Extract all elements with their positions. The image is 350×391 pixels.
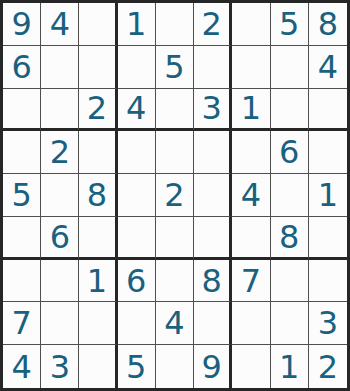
- given-cell-r7c4[interactable]: 6: [118, 260, 156, 303]
- cell-r3c1[interactable]: [3, 89, 41, 132]
- given-cell-r1c4[interactable]: 1: [118, 3, 156, 46]
- given-cell-r5c9[interactable]: 1: [309, 174, 347, 217]
- cell-r8c8[interactable]: [271, 302, 309, 345]
- cell-r2c4[interactable]: [118, 46, 156, 89]
- cell-r2c7[interactable]: [232, 46, 270, 89]
- given-cell-r9c4[interactable]: 5: [118, 345, 156, 388]
- cell-r3c8[interactable]: [271, 89, 309, 132]
- given-cell-r2c5[interactable]: 5: [156, 46, 194, 89]
- given-cell-r1c1[interactable]: 9: [3, 3, 41, 46]
- cell-r7c5[interactable]: [156, 260, 194, 303]
- given-cell-r2c1[interactable]: 6: [3, 46, 41, 89]
- cell-r3c9[interactable]: [309, 89, 347, 132]
- cell-r8c3[interactable]: [79, 302, 117, 345]
- given-cell-r1c6[interactable]: 2: [194, 3, 232, 46]
- given-cell-r7c3[interactable]: 1: [79, 260, 117, 303]
- cell-r5c2[interactable]: [41, 174, 79, 217]
- given-cell-r5c3[interactable]: 8: [79, 174, 117, 217]
- cell-r1c5[interactable]: [156, 3, 194, 46]
- cell-r2c6[interactable]: [194, 46, 232, 89]
- cell-r6c5[interactable]: [156, 217, 194, 260]
- given-cell-r9c8[interactable]: 1: [271, 345, 309, 388]
- cell-r4c4[interactable]: [118, 131, 156, 174]
- cell-r7c1[interactable]: [3, 260, 41, 303]
- given-cell-r7c7[interactable]: 7: [232, 260, 270, 303]
- cell-r1c3[interactable]: [79, 3, 117, 46]
- given-cell-r3c4[interactable]: 4: [118, 89, 156, 132]
- cell-r4c7[interactable]: [232, 131, 270, 174]
- cell-r5c6[interactable]: [194, 174, 232, 217]
- cell-r5c8[interactable]: [271, 174, 309, 217]
- cell-r1c7[interactable]: [232, 3, 270, 46]
- cell-r6c4[interactable]: [118, 217, 156, 260]
- given-cell-r4c2[interactable]: 2: [41, 131, 79, 174]
- cell-r4c5[interactable]: [156, 131, 194, 174]
- given-cell-r2c9[interactable]: 4: [309, 46, 347, 89]
- cell-r4c1[interactable]: [3, 131, 41, 174]
- cell-r6c3[interactable]: [79, 217, 117, 260]
- cell-r5c4[interactable]: [118, 174, 156, 217]
- cell-r4c9[interactable]: [309, 131, 347, 174]
- cell-r8c7[interactable]: [232, 302, 270, 345]
- given-cell-r1c2[interactable]: 4: [41, 3, 79, 46]
- given-cell-r3c7[interactable]: 1: [232, 89, 270, 132]
- cell-r6c6[interactable]: [194, 217, 232, 260]
- cell-r9c3[interactable]: [79, 345, 117, 388]
- cell-r9c7[interactable]: [232, 345, 270, 388]
- given-cell-r9c2[interactable]: 3: [41, 345, 79, 388]
- cell-r8c6[interactable]: [194, 302, 232, 345]
- given-cell-r8c5[interactable]: 4: [156, 302, 194, 345]
- given-cell-r1c9[interactable]: 8: [309, 3, 347, 46]
- given-cell-r6c2[interactable]: 6: [41, 217, 79, 260]
- given-cell-r8c9[interactable]: 3: [309, 302, 347, 345]
- cell-r7c9[interactable]: [309, 260, 347, 303]
- cell-r9c5[interactable]: [156, 345, 194, 388]
- cell-r2c2[interactable]: [41, 46, 79, 89]
- cell-r8c2[interactable]: [41, 302, 79, 345]
- given-cell-r8c1[interactable]: 7: [3, 302, 41, 345]
- cell-r6c1[interactable]: [3, 217, 41, 260]
- given-cell-r1c8[interactable]: 5: [271, 3, 309, 46]
- given-cell-r5c1[interactable]: 5: [3, 174, 41, 217]
- cell-r2c3[interactable]: [79, 46, 117, 89]
- given-cell-r3c3[interactable]: 2: [79, 89, 117, 132]
- given-cell-r3c6[interactable]: 3: [194, 89, 232, 132]
- cell-r4c6[interactable]: [194, 131, 232, 174]
- cell-r7c8[interactable]: [271, 260, 309, 303]
- cell-r6c7[interactable]: [232, 217, 270, 260]
- cell-r7c2[interactable]: [41, 260, 79, 303]
- given-cell-r9c9[interactable]: 2: [309, 345, 347, 388]
- given-cell-r6c8[interactable]: 8: [271, 217, 309, 260]
- given-cell-r4c8[interactable]: 6: [271, 131, 309, 174]
- cell-r3c2[interactable]: [41, 89, 79, 132]
- cell-r2c8[interactable]: [271, 46, 309, 89]
- given-cell-r9c1[interactable]: 4: [3, 345, 41, 388]
- cell-r6c9[interactable]: [309, 217, 347, 260]
- cell-r4c3[interactable]: [79, 131, 117, 174]
- cell-r8c4[interactable]: [118, 302, 156, 345]
- sudoku-board: 94125865424312658241681687743435912: [0, 0, 350, 391]
- given-cell-r5c5[interactable]: 2: [156, 174, 194, 217]
- given-cell-r5c7[interactable]: 4: [232, 174, 270, 217]
- cell-r3c5[interactable]: [156, 89, 194, 132]
- given-cell-r7c6[interactable]: 8: [194, 260, 232, 303]
- given-cell-r9c6[interactable]: 9: [194, 345, 232, 388]
